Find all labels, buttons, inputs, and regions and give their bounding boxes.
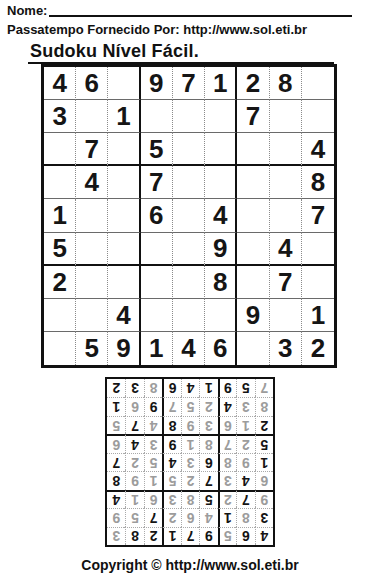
puzzle-cell-r6c2[interactable] xyxy=(76,233,108,266)
digit: 3 xyxy=(131,381,139,395)
puzzle-cell-r9c9: 2 xyxy=(302,332,334,365)
solution-cell-r5c1: 1 xyxy=(255,453,273,471)
solution-cell-r1c6: 1 xyxy=(162,527,180,545)
solution-cell-r9c1: 7 xyxy=(255,379,273,397)
puzzle-cell-r8c6[interactable] xyxy=(205,299,237,332)
puzzle-cell-r3c7[interactable] xyxy=(237,133,269,166)
solution-cell-r3c4: 5 xyxy=(199,490,217,508)
digit: 4 xyxy=(205,511,213,525)
digit: 3 xyxy=(52,103,66,129)
digit: 6 xyxy=(85,70,99,96)
solution-cell-r6c4: 8 xyxy=(199,434,217,452)
digit: 8 xyxy=(213,269,227,295)
digit: 7 xyxy=(260,381,268,395)
solution-cell-r9c9: 2 xyxy=(107,379,125,397)
digit: 6 xyxy=(149,202,163,228)
digit: 8 xyxy=(169,419,177,433)
puzzle-cell-r4c8[interactable] xyxy=(270,166,302,199)
puzzle-cell-r6c4[interactable] xyxy=(141,233,173,266)
solution-cell-r1c7: 2 xyxy=(144,527,162,545)
solution-cell-r2c3: 1 xyxy=(218,508,236,526)
puzzle-cell-r7c7[interactable] xyxy=(237,266,269,299)
puzzle-cell-r3c4: 5 xyxy=(141,133,173,166)
solution-cell-r9c7: 8 xyxy=(144,379,162,397)
digit: 7 xyxy=(149,169,163,195)
solution-cell-r6c8: 4 xyxy=(125,434,143,452)
digit: 8 xyxy=(260,400,268,414)
digit: 1 xyxy=(311,302,325,328)
digit: 4 xyxy=(85,169,99,195)
solution-cell-r1c4: 9 xyxy=(199,527,217,545)
puzzle-cell-r2c3: 1 xyxy=(108,100,140,133)
puzzle-cell-r4c6[interactable] xyxy=(205,166,237,199)
name-row: Nome: xyxy=(7,3,352,18)
solution-cell-r9c8: 3 xyxy=(125,379,143,397)
solution-cell-r9c5: 4 xyxy=(181,379,199,397)
digit: 9 xyxy=(246,302,260,328)
copyright-line: Copyright © http://www.sol.eti.br xyxy=(0,557,380,573)
digit: 3 xyxy=(112,529,120,543)
puzzle-cell-r5c3[interactable] xyxy=(108,199,140,232)
puzzle-cell-r5c8[interactable] xyxy=(270,199,302,232)
digit: 1 xyxy=(260,456,268,470)
digit: 4 xyxy=(181,335,195,361)
digit: 3 xyxy=(205,419,213,433)
digit: 9 xyxy=(169,438,177,452)
digit: 4 xyxy=(311,136,325,162)
puzzle-cell-r3c3[interactable] xyxy=(108,133,140,166)
digit: 9 xyxy=(149,70,163,96)
puzzle-cell-r1c8: 8 xyxy=(270,67,302,100)
solution-cell-r4c1: 6 xyxy=(255,471,273,489)
name-underline[interactable] xyxy=(49,15,352,17)
solution-cell-r4c9: 8 xyxy=(107,471,125,489)
page-title: Sudoku Nível Fácil. xyxy=(30,41,199,62)
solution-cell-r8c4: 2 xyxy=(199,397,217,415)
digit: 7 xyxy=(242,493,250,507)
digit: 7 xyxy=(205,474,213,488)
digit: 7 xyxy=(187,529,195,543)
solution-cell-r9c3: 9 xyxy=(218,379,236,397)
puzzle-cell-r7c1: 2 xyxy=(44,266,76,299)
puzzle-cell-r3c9: 4 xyxy=(302,133,334,166)
puzzle-cell-r1c1: 4 xyxy=(44,67,76,100)
digit: 5 xyxy=(169,474,177,488)
digit: 2 xyxy=(112,381,120,395)
digit: 7 xyxy=(112,456,120,470)
solution-cell-r4c5: 2 xyxy=(181,471,199,489)
digit: 8 xyxy=(131,529,139,543)
puzzle-cell-r3c5[interactable] xyxy=(173,133,205,166)
digit: 4 xyxy=(278,235,292,261)
digit: 5 xyxy=(205,493,213,507)
digit: 8 xyxy=(187,493,195,507)
digit: 4 xyxy=(116,302,130,328)
puzzle-cell-r7c8: 7 xyxy=(270,266,302,299)
digit: 2 xyxy=(131,456,139,470)
puzzle-cell-r2c5[interactable] xyxy=(173,100,205,133)
digit: 8 xyxy=(224,456,232,470)
solution-cell-r1c3: 5 xyxy=(218,527,236,545)
puzzle-cell-r8c8[interactable] xyxy=(270,299,302,332)
digit: 2 xyxy=(260,419,268,433)
digit: 9 xyxy=(205,529,213,543)
digit: 6 xyxy=(112,438,120,452)
puzzle-cell-r1c5: 7 xyxy=(173,67,205,100)
puzzle-cell-r3c6[interactable] xyxy=(205,133,237,166)
digit: 6 xyxy=(131,400,139,414)
solution-cell-r3c6: 3 xyxy=(162,490,180,508)
digit: 9 xyxy=(224,381,232,395)
solution-cell-r7c8: 7 xyxy=(125,416,143,434)
digit: 4 xyxy=(150,419,158,433)
digit: 4 xyxy=(187,381,195,395)
digit: 5 xyxy=(224,529,232,543)
digit: 7 xyxy=(169,400,177,414)
puzzle-cell-r2c1: 3 xyxy=(44,100,76,133)
solution-cell-r2c5: 6 xyxy=(181,508,199,526)
puzzle-cell-r6c1: 5 xyxy=(44,233,76,266)
puzzle-cell-r8c4[interactable] xyxy=(141,299,173,332)
solution-cell-r5c8: 2 xyxy=(125,453,143,471)
digit: 5 xyxy=(187,400,195,414)
puzzle-cell-r1c6: 1 xyxy=(205,67,237,100)
digit: 3 xyxy=(150,438,158,452)
solution-cell-r2c6: 2 xyxy=(162,508,180,526)
digit: 8 xyxy=(242,511,250,525)
digit: 2 xyxy=(205,400,213,414)
solution-cell-r1c9: 3 xyxy=(107,527,125,545)
puzzle-cell-r6c6: 9 xyxy=(205,233,237,266)
solution-cell-r2c7: 7 xyxy=(144,508,162,526)
digit: 9 xyxy=(131,474,139,488)
puzzle-cell-r4c3[interactable] xyxy=(108,166,140,199)
puzzle-cell-r6c7[interactable] xyxy=(237,233,269,266)
solution-cell-r6c7: 3 xyxy=(144,434,162,452)
digit: 7 xyxy=(224,438,232,452)
solution-cell-r3c3: 2 xyxy=(218,490,236,508)
puzzle-cell-r4c5[interactable] xyxy=(173,166,205,199)
digit: 1 xyxy=(52,202,66,228)
solution-cell-r8c6: 7 xyxy=(162,397,180,415)
puzzle-cell-r7c4[interactable] xyxy=(141,266,173,299)
digit: 1 xyxy=(116,103,130,129)
puzzle-cell-r9c4: 1 xyxy=(141,332,173,365)
digit: 5 xyxy=(149,136,163,162)
solution-cell-r2c1: 3 xyxy=(255,508,273,526)
puzzle-cell-r2c4[interactable] xyxy=(141,100,173,133)
solution-cell-r7c3: 6 xyxy=(218,416,236,434)
digit: 3 xyxy=(278,335,292,361)
digit: 6 xyxy=(242,529,250,543)
digit: 9 xyxy=(213,235,227,261)
solution-cell-r4c6: 5 xyxy=(162,471,180,489)
digit: 7 xyxy=(181,70,195,96)
digit: 6 xyxy=(187,511,195,525)
puzzle-cell-r4c9: 8 xyxy=(302,166,334,199)
puzzle-cell-r9c1[interactable] xyxy=(44,332,76,365)
puzzle-cell-r2c6[interactable] xyxy=(205,100,237,133)
digit: 1 xyxy=(242,419,250,433)
digit: 2 xyxy=(52,269,66,295)
puzzle-cell-r1c2: 6 xyxy=(76,67,108,100)
puzzle-cell-r4c2: 4 xyxy=(76,166,108,199)
puzzle-cell-r5c5[interactable] xyxy=(173,199,205,232)
solution-cell-r1c2: 6 xyxy=(236,527,254,545)
puzzle-cell-r3c2: 7 xyxy=(76,133,108,166)
solution-cell-r8c3: 4 xyxy=(218,397,236,415)
solution-cell-r4c3: 3 xyxy=(218,471,236,489)
solution-cell-r6c6: 9 xyxy=(162,434,180,452)
puzzle-cell-r6c5[interactable] xyxy=(173,233,205,266)
digit: 4 xyxy=(213,202,227,228)
puzzle-cell-r5c1: 1 xyxy=(44,199,76,232)
puzzle-cell-r7c5[interactable] xyxy=(173,266,205,299)
solution-cell-r5c2: 9 xyxy=(236,453,254,471)
digit: 1 xyxy=(213,70,227,96)
puzzle-cell-r2c9[interactable] xyxy=(302,100,334,133)
solution-cell-r4c7: 1 xyxy=(144,471,162,489)
solution-cell-r3c5: 8 xyxy=(181,490,199,508)
solution-cell-r4c4: 7 xyxy=(199,471,217,489)
digit: 6 xyxy=(150,493,158,507)
digit: 4 xyxy=(52,70,66,96)
puzzle-cell-r3c1[interactable] xyxy=(44,133,76,166)
puzzle-cell-r8c3: 4 xyxy=(108,299,140,332)
solution-cell-r2c4: 4 xyxy=(199,508,217,526)
digit: 4 xyxy=(260,529,268,543)
puzzle-cell-r7c3[interactable] xyxy=(108,266,140,299)
puzzle-cell-r2c8[interactable] xyxy=(270,100,302,133)
solution-cell-r7c2: 1 xyxy=(236,416,254,434)
puzzle-cell-r9c8: 3 xyxy=(270,332,302,365)
digit: 5 xyxy=(260,438,268,452)
puzzle-cell-r6c3[interactable] xyxy=(108,233,140,266)
digit: 2 xyxy=(246,70,260,96)
puzzle-cell-r5c6: 4 xyxy=(205,199,237,232)
name-label: Nome: xyxy=(7,3,47,18)
digit: 7 xyxy=(150,511,158,525)
digit: 6 xyxy=(260,474,268,488)
digit: 2 xyxy=(242,438,250,452)
solution-cell-r6c1: 5 xyxy=(255,434,273,452)
solution-cell-r3c7: 6 xyxy=(144,490,162,508)
digit: 4 xyxy=(131,438,139,452)
puzzle-cell-r8c7: 9 xyxy=(237,299,269,332)
solution-cell-r7c7: 4 xyxy=(144,416,162,434)
solution-cell-r4c8: 9 xyxy=(125,471,143,489)
puzzle-cell-r9c6: 6 xyxy=(205,332,237,365)
digit: 8 xyxy=(278,70,292,96)
puzzle-cell-r4c1[interactable] xyxy=(44,166,76,199)
puzzle-cell-r9c2: 5 xyxy=(76,332,108,365)
solution-cell-r7c1: 2 xyxy=(255,416,273,434)
digit: 2 xyxy=(311,335,325,361)
solution-cell-r5c9: 7 xyxy=(107,453,125,471)
digit: 6 xyxy=(213,335,227,361)
digit: 8 xyxy=(205,438,213,452)
solution-cell-r3c9: 4 xyxy=(107,490,125,508)
solution-cell-r8c1: 8 xyxy=(255,397,273,415)
puzzle-cell-r7c2[interactable] xyxy=(76,266,108,299)
digit: 1 xyxy=(187,438,195,452)
puzzle-cell-r3c8[interactable] xyxy=(270,133,302,166)
digit: 7 xyxy=(85,136,99,162)
puzzle-cell-r1c7: 2 xyxy=(237,67,269,100)
digit: 3 xyxy=(169,493,177,507)
puzzle-cell-r2c7: 7 xyxy=(237,100,269,133)
digit: 1 xyxy=(169,529,177,543)
solution-cell-r9c2: 5 xyxy=(236,379,254,397)
solution-cell-r2c2: 8 xyxy=(236,508,254,526)
digit: 5 xyxy=(242,381,250,395)
digit: 9 xyxy=(242,456,250,470)
digit: 4 xyxy=(224,400,232,414)
solution-cell-r8c9: 1 xyxy=(107,397,125,415)
provider-line: Passatempo Fornecido Por: http://www.sol… xyxy=(7,22,307,37)
puzzle-cell-r4c7[interactable] xyxy=(237,166,269,199)
digit: 2 xyxy=(169,511,177,525)
puzzle-cell-r8c2[interactable] xyxy=(76,299,108,332)
digit: 9 xyxy=(112,511,120,525)
digit: 5 xyxy=(150,456,158,470)
solution-cell-r8c5: 5 xyxy=(181,397,199,415)
solution-cell-r5c5: 3 xyxy=(181,453,199,471)
digit: 7 xyxy=(246,103,260,129)
digit: 1 xyxy=(224,511,232,525)
solution-cell-r8c2: 3 xyxy=(236,397,254,415)
puzzle-cell-r5c4: 6 xyxy=(141,199,173,232)
solution-cell-r9c6: 6 xyxy=(162,379,180,397)
digit: 9 xyxy=(260,493,268,507)
solution-cell-r1c8: 8 xyxy=(125,527,143,545)
digit: 3 xyxy=(260,511,268,525)
digit: 2 xyxy=(224,493,232,507)
puzzle-cell-r1c4: 9 xyxy=(141,67,173,100)
puzzle-cell-r5c2[interactable] xyxy=(76,199,108,232)
digit: 7 xyxy=(311,202,325,228)
puzzle-cell-r6c9[interactable] xyxy=(302,233,334,266)
digit: 3 xyxy=(187,456,195,470)
solution-cell-r7c4: 3 xyxy=(199,416,217,434)
solution-cell-r7c5: 9 xyxy=(181,416,199,434)
puzzle-cell-r9c7[interactable] xyxy=(237,332,269,365)
solution-cell-r6c3: 7 xyxy=(218,434,236,452)
digit: 5 xyxy=(131,511,139,525)
puzzle-cell-r2c2[interactable] xyxy=(76,100,108,133)
digit: 8 xyxy=(150,381,158,395)
solution-cell-r1c5: 7 xyxy=(181,527,199,545)
digit: 3 xyxy=(242,400,250,414)
puzzle-cell-r1c9[interactable] xyxy=(302,67,334,100)
solution-cell-r9c4: 1 xyxy=(199,379,217,397)
puzzle-cell-r8c1[interactable] xyxy=(44,299,76,332)
digit: 9 xyxy=(150,400,158,414)
digit: 1 xyxy=(205,381,213,395)
solution-cell-r2c9: 9 xyxy=(107,508,125,526)
digit: 3 xyxy=(224,474,232,488)
puzzle-cell-r5c7[interactable] xyxy=(237,199,269,232)
solution-cell-r3c8: 1 xyxy=(125,490,143,508)
digit: 2 xyxy=(150,529,158,543)
digit: 7 xyxy=(278,269,292,295)
solution-cell-r8c7: 9 xyxy=(144,397,162,415)
puzzle-cell-r8c9: 1 xyxy=(302,299,334,332)
digit: 6 xyxy=(169,381,177,395)
digit: 6 xyxy=(205,456,213,470)
digit: 5 xyxy=(52,235,66,261)
solution-cell-r5c7: 5 xyxy=(144,453,162,471)
solution-cell-r6c9: 6 xyxy=(107,434,125,452)
digit: 1 xyxy=(150,474,158,488)
solution-cell-r3c1: 9 xyxy=(255,490,273,508)
solution-cell-r5c3: 8 xyxy=(218,453,236,471)
digit: 2 xyxy=(187,474,195,488)
solution-cell-r5c4: 6 xyxy=(199,453,217,471)
digit: 5 xyxy=(85,335,99,361)
puzzle-cell-r7c6: 8 xyxy=(205,266,237,299)
digit: 1 xyxy=(131,493,139,507)
puzzle-cell-r8c5[interactable] xyxy=(173,299,205,332)
solution-cell-r7c6: 8 xyxy=(162,416,180,434)
solution-cell-r2c8: 5 xyxy=(125,508,143,526)
puzzle-cell-r6c8: 4 xyxy=(270,233,302,266)
solution-cell-r5c6: 4 xyxy=(162,453,180,471)
digit: 8 xyxy=(112,474,120,488)
digit: 1 xyxy=(112,400,120,414)
puzzle-cell-r9c5: 4 xyxy=(173,332,205,365)
puzzle-cell-r1c3[interactable] xyxy=(108,67,140,100)
digit: 6 xyxy=(224,419,232,433)
digit: 8 xyxy=(311,169,325,195)
digit: 1 xyxy=(149,335,163,361)
digit: 4 xyxy=(242,474,250,488)
solution-cell-r1c1: 4 xyxy=(255,527,273,545)
digit: 9 xyxy=(116,335,130,361)
solution-cell-r6c5: 1 xyxy=(181,434,199,452)
digit: 4 xyxy=(169,456,177,470)
solution-cell-r8c8: 6 xyxy=(125,397,143,415)
sudoku-worksheet-page: Nome: Passatempo Fornecido Por: http://w… xyxy=(0,0,380,585)
solution-cell-r7c9: 5 xyxy=(107,416,125,434)
solution-cell-r6c2: 2 xyxy=(236,434,254,452)
digit: 9 xyxy=(187,419,195,433)
puzzle-cell-r7c9[interactable] xyxy=(302,266,334,299)
sudoku-puzzle-grid: 469712831775447816475942874915914632 xyxy=(41,64,337,368)
digit: 5 xyxy=(112,419,120,433)
digit: 4 xyxy=(112,493,120,507)
solution-cell-r4c2: 4 xyxy=(236,471,254,489)
solution-cell-r3c2: 7 xyxy=(236,490,254,508)
puzzle-cell-r5c9: 7 xyxy=(302,199,334,232)
digit: 7 xyxy=(131,419,139,433)
puzzle-cell-r4c4: 7 xyxy=(141,166,173,199)
puzzle-cell-r9c3: 9 xyxy=(108,332,140,365)
sudoku-solution-grid-upside-down: 4659712833814627599725836146437251981986… xyxy=(105,377,275,547)
